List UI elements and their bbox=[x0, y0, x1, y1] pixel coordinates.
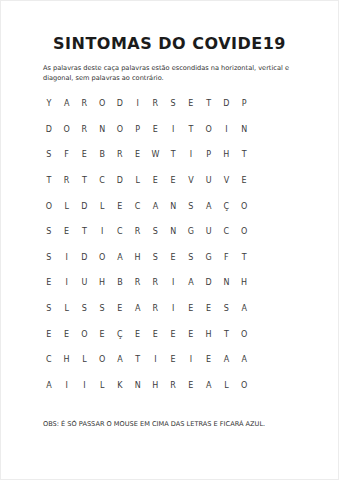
letter-cell[interactable]: P bbox=[200, 142, 218, 168]
letter-cell[interactable]: C bbox=[93, 168, 111, 194]
letter-cell[interactable]: U bbox=[76, 270, 94, 296]
letter-cell[interactable]: A bbox=[147, 193, 165, 219]
letter-cell[interactable]: T bbox=[235, 142, 253, 168]
letter-cell[interactable]: L bbox=[93, 372, 111, 398]
letter-cell[interactable]: S bbox=[182, 193, 200, 219]
letter-cell[interactable]: O bbox=[93, 245, 111, 271]
letter-cell[interactable]: D bbox=[200, 270, 218, 296]
letter-cell[interactable]: T bbox=[218, 321, 236, 347]
letter-cell[interactable]: L bbox=[218, 372, 236, 398]
hover-note: OBS: É SÓ PASSAR O MOUSE EM CIMA DAS LET… bbox=[43, 420, 323, 428]
letter-cell[interactable]: I bbox=[164, 270, 182, 296]
letter-cell[interactable]: A bbox=[58, 91, 76, 117]
letter-cell[interactable]: D bbox=[111, 168, 129, 194]
letter-cell[interactable]: D bbox=[218, 91, 236, 117]
word-grid: YARODIRSETDPDORNOPEITOINSFEBREWTIPHTTRTC… bbox=[40, 91, 253, 398]
letter-cell[interactable]: O bbox=[235, 219, 253, 245]
letter-cell[interactable]: H bbox=[235, 270, 253, 296]
letter-cell[interactable]: E bbox=[40, 321, 58, 347]
letter-cell[interactable]: S bbox=[164, 91, 182, 117]
letter-cell[interactable]: E bbox=[111, 296, 129, 322]
letter-cell[interactable]: E bbox=[129, 142, 147, 168]
letter-cell[interactable]: V bbox=[218, 168, 236, 194]
letter-cell[interactable]: Ç bbox=[111, 321, 129, 347]
letter-cell[interactable]: T bbox=[40, 168, 58, 194]
letter-cell[interactable]: T bbox=[76, 219, 94, 245]
letter-cell[interactable]: B bbox=[111, 270, 129, 296]
letter-cell[interactable]: U bbox=[200, 168, 218, 194]
letter-cell[interactable]: H bbox=[129, 245, 147, 271]
letter-cell[interactable]: E bbox=[40, 270, 58, 296]
letter-cell[interactable]: R bbox=[129, 270, 147, 296]
letter-cell[interactable]: E bbox=[182, 296, 200, 322]
letter-cell[interactable]: E bbox=[58, 219, 76, 245]
letter-cell[interactable]: E bbox=[147, 117, 165, 143]
letter-cell[interactable]: I bbox=[182, 347, 200, 373]
letter-cell[interactable]: R bbox=[164, 372, 182, 398]
letter-cell[interactable]: A bbox=[40, 372, 58, 398]
letter-cell[interactable]: R bbox=[58, 168, 76, 194]
letter-cell[interactable]: E bbox=[182, 321, 200, 347]
letter-cell[interactable]: P bbox=[129, 117, 147, 143]
letter-cell[interactable]: O bbox=[58, 117, 76, 143]
letter-cell[interactable]: O bbox=[93, 347, 111, 373]
letter-cell[interactable]: R bbox=[76, 117, 94, 143]
letter-cell[interactable]: S bbox=[40, 296, 58, 322]
letter-cell[interactable]: W bbox=[147, 142, 165, 168]
letter-cell[interactable]: O bbox=[111, 117, 129, 143]
letter-cell[interactable]: I bbox=[93, 219, 111, 245]
letter-cell[interactable]: Ç bbox=[218, 193, 236, 219]
letter-cell[interactable]: F bbox=[218, 245, 236, 271]
letter-cell[interactable]: S bbox=[147, 245, 165, 271]
worksheet-page: SINTOMAS DO COVIDE19 As palavras deste c… bbox=[0, 0, 339, 480]
letter-cell[interactable]: E bbox=[58, 321, 76, 347]
letter-cell[interactable]: I bbox=[58, 270, 76, 296]
letter-cell[interactable]: E bbox=[164, 347, 182, 373]
letter-cell[interactable]: R bbox=[76, 91, 94, 117]
letter-cell[interactable]: N bbox=[218, 270, 236, 296]
letter-cell[interactable]: O bbox=[40, 193, 58, 219]
letter-cell[interactable]: I bbox=[218, 117, 236, 143]
letter-cell[interactable]: S bbox=[40, 142, 58, 168]
letter-cell[interactable]: E bbox=[147, 168, 165, 194]
letter-cell[interactable]: H bbox=[200, 321, 218, 347]
letter-cell[interactable]: C bbox=[218, 219, 236, 245]
letter-cell[interactable]: I bbox=[164, 117, 182, 143]
letter-cell[interactable]: V bbox=[182, 168, 200, 194]
letter-cell[interactable]: E bbox=[200, 347, 218, 373]
letter-cell[interactable]: C bbox=[129, 193, 147, 219]
letter-cell[interactable]: S bbox=[218, 296, 236, 322]
letter-cell[interactable]: L bbox=[129, 168, 147, 194]
letter-cell[interactable]: S bbox=[93, 296, 111, 322]
letter-cell[interactable]: C bbox=[111, 219, 129, 245]
letter-cell[interactable]: I bbox=[129, 91, 147, 117]
letter-cell[interactable]: E bbox=[93, 321, 111, 347]
letter-cell[interactable]: L bbox=[93, 193, 111, 219]
letter-cell[interactable]: P bbox=[235, 91, 253, 117]
letter-cell[interactable]: T bbox=[76, 168, 94, 194]
letter-cell[interactable]: S bbox=[40, 245, 58, 271]
letter-cell[interactable]: G bbox=[182, 219, 200, 245]
letter-cell[interactable]: R bbox=[147, 91, 165, 117]
letter-cell[interactable]: N bbox=[235, 117, 253, 143]
letter-cell[interactable]: D bbox=[111, 91, 129, 117]
letter-cell[interactable]: E bbox=[235, 168, 253, 194]
letter-cell[interactable]: A bbox=[200, 193, 218, 219]
letter-cell[interactable]: L bbox=[58, 296, 76, 322]
letter-cell[interactable]: I bbox=[58, 372, 76, 398]
letter-cell[interactable]: S bbox=[182, 245, 200, 271]
letter-cell[interactable]: O bbox=[235, 193, 253, 219]
letter-cell[interactable]: E bbox=[111, 193, 129, 219]
letter-cell[interactable]: E bbox=[164, 168, 182, 194]
letter-cell[interactable]: T bbox=[129, 347, 147, 373]
letter-cell[interactable]: T bbox=[235, 245, 253, 271]
letter-cell[interactable]: E bbox=[164, 245, 182, 271]
letter-cell[interactable]: G bbox=[200, 245, 218, 271]
letter-cell[interactable]: N bbox=[129, 372, 147, 398]
letter-cell[interactable]: E bbox=[200, 296, 218, 322]
letter-cell[interactable]: L bbox=[58, 193, 76, 219]
letter-cell[interactable]: S bbox=[76, 296, 94, 322]
letter-cell[interactable]: H bbox=[218, 142, 236, 168]
letter-cell[interactable]: D bbox=[76, 193, 94, 219]
letter-cell[interactable]: E bbox=[129, 321, 147, 347]
letter-cell[interactable]: Y bbox=[40, 91, 58, 117]
letter-cell[interactable]: A bbox=[218, 347, 236, 373]
letter-cell[interactable]: C bbox=[40, 347, 58, 373]
letter-cell[interactable]: E bbox=[164, 321, 182, 347]
letter-cell[interactable]: I bbox=[164, 296, 182, 322]
letter-cell[interactable]: E bbox=[76, 142, 94, 168]
letter-cell[interactable]: H bbox=[93, 270, 111, 296]
letter-cell[interactable]: R bbox=[147, 296, 165, 322]
letter-cell[interactable]: O bbox=[200, 117, 218, 143]
letter-cell[interactable]: N bbox=[164, 193, 182, 219]
letter-cell[interactable]: I bbox=[182, 142, 200, 168]
letter-cell[interactable]: R bbox=[111, 142, 129, 168]
letter-cell[interactable]: F bbox=[58, 142, 76, 168]
letter-cell[interactable]: O bbox=[235, 372, 253, 398]
letter-cell[interactable]: T bbox=[200, 91, 218, 117]
letter-cell[interactable]: E bbox=[182, 91, 200, 117]
letter-cell[interactable]: U bbox=[200, 219, 218, 245]
letter-cell[interactable]: I bbox=[58, 245, 76, 271]
letter-cell[interactable]: R bbox=[147, 270, 165, 296]
letter-cell[interactable]: S bbox=[40, 219, 58, 245]
letter-cell[interactable]: D bbox=[40, 117, 58, 143]
letter-cell[interactable]: E bbox=[147, 321, 165, 347]
letter-cell[interactable]: A bbox=[182, 270, 200, 296]
letter-cell[interactable]: O bbox=[93, 91, 111, 117]
letter-cell[interactable]: I bbox=[147, 347, 165, 373]
letter-cell[interactable]: T bbox=[182, 117, 200, 143]
letter-cell[interactable]: A bbox=[235, 296, 253, 322]
letter-cell[interactable]: A bbox=[235, 347, 253, 373]
letter-cell[interactable]: B bbox=[93, 142, 111, 168]
page-title: SINTOMAS DO COVIDE19 bbox=[1, 34, 338, 53]
letter-cell[interactable]: T bbox=[164, 142, 182, 168]
letter-cell[interactable]: A bbox=[111, 347, 129, 373]
letter-cell[interactable]: A bbox=[129, 296, 147, 322]
letter-cell[interactable]: D bbox=[76, 245, 94, 271]
letter-cell[interactable]: N bbox=[93, 117, 111, 143]
instructions-text: As palavras deste caça palavras estão es… bbox=[43, 63, 305, 83]
letter-cell[interactable]: O bbox=[235, 321, 253, 347]
letter-cell[interactable]: I bbox=[76, 372, 94, 398]
letter-cell[interactable]: A bbox=[111, 245, 129, 271]
letter-cell[interactable]: R bbox=[129, 219, 147, 245]
letter-cell[interactable]: L bbox=[76, 347, 94, 373]
letter-cell[interactable]: H bbox=[58, 347, 76, 373]
letter-cell[interactable]: E bbox=[182, 372, 200, 398]
letter-cell[interactable]: N bbox=[164, 219, 182, 245]
letter-cell[interactable]: H bbox=[147, 372, 165, 398]
letter-cell[interactable]: K bbox=[111, 372, 129, 398]
letter-cell[interactable]: A bbox=[200, 372, 218, 398]
letter-cell[interactable]: S bbox=[147, 219, 165, 245]
letter-cell[interactable]: O bbox=[76, 321, 94, 347]
